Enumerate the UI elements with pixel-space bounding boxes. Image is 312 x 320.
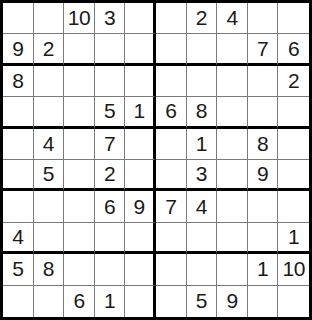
cell-r1c2[interactable] bbox=[34, 3, 65, 34]
cell-r6c10[interactable] bbox=[278, 160, 309, 191]
cell-r10c4[interactable]: 1 bbox=[95, 286, 126, 317]
cell-r5c7[interactable]: 1 bbox=[187, 129, 218, 160]
cell-r8c3[interactable] bbox=[64, 223, 95, 254]
cell-r4c9[interactable] bbox=[248, 97, 279, 128]
cell-r4c7[interactable]: 8 bbox=[187, 97, 218, 128]
cell-r9c4[interactable] bbox=[95, 254, 126, 285]
cell-r7c5[interactable]: 9 bbox=[125, 191, 156, 222]
cell-r4c1[interactable] bbox=[3, 97, 34, 128]
cell-r3c7[interactable] bbox=[187, 66, 218, 97]
cell-r6c5[interactable] bbox=[125, 160, 156, 191]
cell-r2c8[interactable] bbox=[217, 34, 248, 65]
cell-r9c7[interactable] bbox=[187, 254, 218, 285]
cell-r2c1[interactable]: 9 bbox=[3, 34, 34, 65]
cell-r6c6[interactable] bbox=[156, 160, 187, 191]
cell-r2c7[interactable] bbox=[187, 34, 218, 65]
cell-r7c1[interactable] bbox=[3, 191, 34, 222]
cell-r3c3[interactable] bbox=[64, 66, 95, 97]
cell-r8c4[interactable] bbox=[95, 223, 126, 254]
cell-r6c8[interactable] bbox=[217, 160, 248, 191]
cell-r10c8[interactable]: 9 bbox=[217, 286, 248, 317]
cell-r1c4[interactable]: 3 bbox=[95, 3, 126, 34]
cell-r6c1[interactable] bbox=[3, 160, 34, 191]
cell-r1c7[interactable]: 2 bbox=[187, 3, 218, 34]
cell-r7c7[interactable]: 4 bbox=[187, 191, 218, 222]
cell-r3c5[interactable] bbox=[125, 66, 156, 97]
cell-r10c1[interactable] bbox=[3, 286, 34, 317]
cell-r1c8[interactable]: 4 bbox=[217, 3, 248, 34]
cell-r2c6[interactable] bbox=[156, 34, 187, 65]
cell-r7c9[interactable] bbox=[248, 191, 279, 222]
cell-r5c8[interactable] bbox=[217, 129, 248, 160]
cell-r5c2[interactable]: 4 bbox=[34, 129, 65, 160]
cell-r3c4[interactable] bbox=[95, 66, 126, 97]
cell-r5c6[interactable] bbox=[156, 129, 187, 160]
cell-r2c10[interactable]: 6 bbox=[278, 34, 309, 65]
cell-r7c10[interactable] bbox=[278, 191, 309, 222]
cell-r4c8[interactable] bbox=[217, 97, 248, 128]
cell-r10c10[interactable] bbox=[278, 286, 309, 317]
cell-r3c6[interactable] bbox=[156, 66, 187, 97]
cell-r4c6[interactable]: 6 bbox=[156, 97, 187, 128]
cell-r1c5[interactable] bbox=[125, 3, 156, 34]
cell-r6c4[interactable]: 2 bbox=[95, 160, 126, 191]
cell-r7c3[interactable] bbox=[64, 191, 95, 222]
cell-r9c10[interactable]: 10 bbox=[278, 254, 309, 285]
cell-r2c2[interactable]: 2 bbox=[34, 34, 65, 65]
cell-r3c10[interactable]: 2 bbox=[278, 66, 309, 97]
cell-r8c7[interactable] bbox=[187, 223, 218, 254]
cell-r7c2[interactable] bbox=[34, 191, 65, 222]
cell-r1c10[interactable] bbox=[278, 3, 309, 34]
cell-r7c6[interactable]: 7 bbox=[156, 191, 187, 222]
cell-r2c9[interactable]: 7 bbox=[248, 34, 279, 65]
cell-r1c9[interactable] bbox=[248, 3, 279, 34]
cell-r4c3[interactable] bbox=[64, 97, 95, 128]
cell-r6c3[interactable] bbox=[64, 160, 95, 191]
cell-r2c4[interactable] bbox=[95, 34, 126, 65]
cell-r10c7[interactable]: 5 bbox=[187, 286, 218, 317]
cell-r2c5[interactable] bbox=[125, 34, 156, 65]
cell-r10c6[interactable] bbox=[156, 286, 187, 317]
cell-r2c3[interactable] bbox=[64, 34, 95, 65]
cell-r4c5[interactable]: 1 bbox=[125, 97, 156, 128]
cell-r3c1[interactable]: 8 bbox=[3, 66, 34, 97]
cell-r9c3[interactable] bbox=[64, 254, 95, 285]
cell-r9c1[interactable]: 5 bbox=[3, 254, 34, 285]
cell-r10c9[interactable] bbox=[248, 286, 279, 317]
cell-r9c6[interactable] bbox=[156, 254, 187, 285]
cell-r1c3[interactable]: 10 bbox=[64, 3, 95, 34]
cell-r8c9[interactable] bbox=[248, 223, 279, 254]
cell-r10c2[interactable] bbox=[34, 286, 65, 317]
cell-r5c1[interactable] bbox=[3, 129, 34, 160]
cell-r9c5[interactable] bbox=[125, 254, 156, 285]
cell-r4c10[interactable] bbox=[278, 97, 309, 128]
sudoku-board: 10 3 2 4 9 2 7 6 8 2 5 1 6 8 4 7 1 8 5 2… bbox=[0, 0, 312, 320]
cell-r1c6[interactable] bbox=[156, 3, 187, 34]
cell-r8c2[interactable] bbox=[34, 223, 65, 254]
cell-r8c8[interactable] bbox=[217, 223, 248, 254]
cell-r8c1[interactable]: 4 bbox=[3, 223, 34, 254]
cell-r6c9[interactable]: 9 bbox=[248, 160, 279, 191]
cell-r3c9[interactable] bbox=[248, 66, 279, 97]
cell-r10c5[interactable] bbox=[125, 286, 156, 317]
cell-r5c5[interactable] bbox=[125, 129, 156, 160]
cell-r6c2[interactable]: 5 bbox=[34, 160, 65, 191]
cell-r9c8[interactable] bbox=[217, 254, 248, 285]
cell-r7c8[interactable] bbox=[217, 191, 248, 222]
cell-r9c2[interactable]: 8 bbox=[34, 254, 65, 285]
cell-r3c8[interactable] bbox=[217, 66, 248, 97]
cell-r4c4[interactable]: 5 bbox=[95, 97, 126, 128]
cell-r3c2[interactable] bbox=[34, 66, 65, 97]
cell-r8c5[interactable] bbox=[125, 223, 156, 254]
cell-r9c9[interactable]: 1 bbox=[248, 254, 279, 285]
cell-r6c7[interactable]: 3 bbox=[187, 160, 218, 191]
cell-r8c10[interactable]: 1 bbox=[278, 223, 309, 254]
cell-r10c3[interactable]: 6 bbox=[64, 286, 95, 317]
cell-r5c9[interactable]: 8 bbox=[248, 129, 279, 160]
cell-r8c6[interactable] bbox=[156, 223, 187, 254]
cell-r5c4[interactable]: 7 bbox=[95, 129, 126, 160]
cell-r4c2[interactable] bbox=[34, 97, 65, 128]
cell-r5c10[interactable] bbox=[278, 129, 309, 160]
cell-r7c4[interactable]: 6 bbox=[95, 191, 126, 222]
cell-r1c1[interactable] bbox=[3, 3, 34, 34]
cell-r5c3[interactable] bbox=[64, 129, 95, 160]
